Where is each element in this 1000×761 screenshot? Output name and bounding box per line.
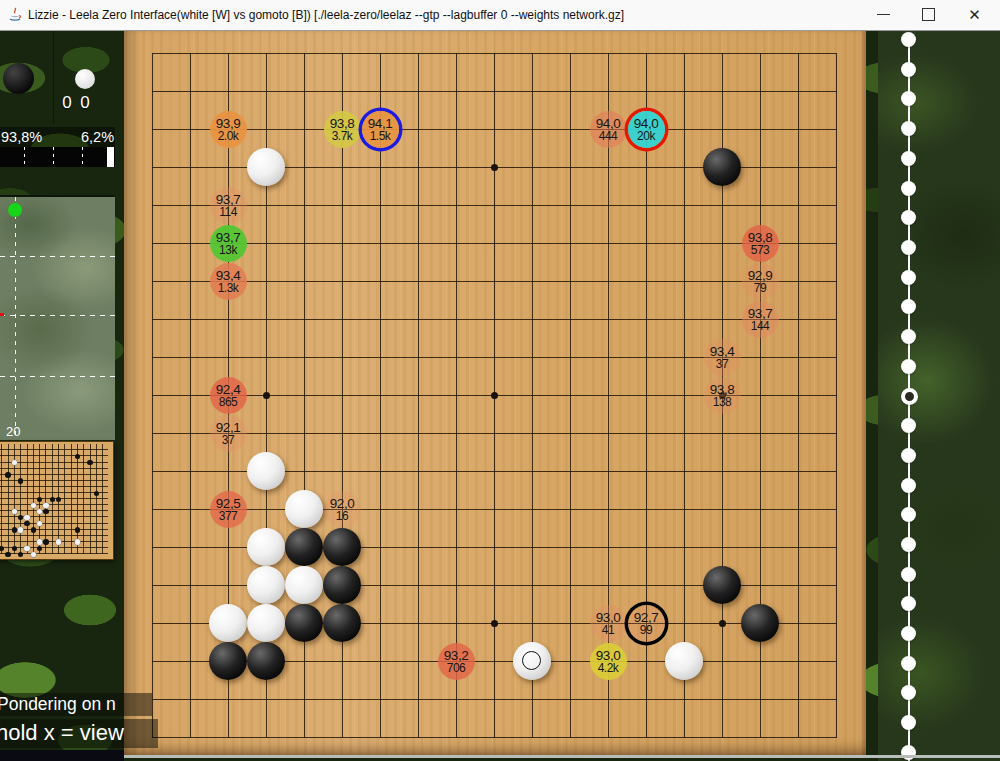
winrate-graph-current-dot — [8, 203, 22, 217]
window-title: Lizzie - Leela Zero Interface(white [W] … — [28, 8, 624, 22]
candidate-winrate: 92,5 — [216, 497, 240, 510]
candidate-winrate: 93,7 — [216, 231, 240, 244]
mini-stone-black — [75, 527, 80, 532]
candidate-winrate: 93,4 — [216, 269, 240, 282]
status-line-pondering: Pondering on n — [0, 693, 152, 716]
candidate-move-G17[interactable]: 94,11.5k — [362, 111, 399, 148]
black-winrate-label: 93,8% — [1, 129, 42, 145]
mini-stone-black — [12, 546, 17, 551]
grid-line-v — [836, 53, 837, 738]
candidate-move-C14[interactable]: 93,713k — [210, 225, 247, 262]
winrate-bar — [0, 147, 115, 167]
candidate-move-C10[interactable]: 92,4865 — [210, 377, 247, 414]
mini-stone-white — [24, 515, 29, 520]
candidate-winrate: 94,0 — [634, 117, 658, 130]
tree-node-current[interactable] — [901, 388, 918, 405]
grid-line-v — [570, 53, 571, 738]
candidate-visits: 1.5k — [370, 130, 391, 142]
grid-line-v — [798, 53, 799, 738]
variation-preview-board — [0, 441, 114, 560]
winrate-graph-topline — [0, 195, 115, 197]
grid-line-h — [152, 737, 837, 738]
stone-white-D16 — [247, 148, 285, 186]
tree-node[interactable] — [901, 210, 916, 225]
mini-stone-white — [12, 509, 17, 514]
candidate-move-R14[interactable]: 93,8573 — [742, 225, 779, 262]
candidate-winrate: 92,7 — [634, 611, 658, 624]
winrate-graph-gridline — [0, 256, 115, 257]
mini-stone-black — [5, 472, 10, 477]
stone-white-D4 — [247, 604, 285, 642]
candidate-visits: 444 — [599, 130, 618, 142]
candidate-winrate: 93,8 — [748, 231, 772, 244]
mini-stone-black — [12, 527, 17, 532]
captures-divider — [53, 30, 54, 125]
mini-stone-black — [43, 509, 48, 514]
minimize-button[interactable] — [861, 0, 906, 29]
candidate-move-N3[interactable]: 93,04.2k — [590, 643, 627, 680]
candidate-move-C17[interactable]: 93,92.0k — [210, 111, 247, 148]
maximize-icon — [922, 8, 935, 21]
candidate-move-O4[interactable]: 92,799 — [628, 605, 665, 642]
winrate-graph-current-move-line — [15, 197, 16, 440]
grid-line-h — [152, 509, 837, 510]
candidate-winrate: 93,2 — [444, 649, 468, 662]
white-capture-stone-icon — [75, 69, 95, 89]
mini-stone-white — [18, 527, 23, 532]
candidate-visits: 99 — [640, 624, 652, 636]
candidate-move-R12[interactable]: 93,7144 — [742, 301, 779, 338]
tree-node[interactable] — [901, 626, 916, 641]
tree-node[interactable] — [901, 181, 916, 196]
winrate-graph-gridline — [0, 315, 115, 316]
candidate-winrate: 93,4 — [710, 345, 734, 358]
grid-line-h — [152, 699, 837, 700]
candidate-move-F7[interactable]: 92,016 — [324, 491, 361, 528]
white-winrate-label: 6,2% — [81, 129, 114, 145]
candidate-visits: 1.3k — [218, 282, 239, 294]
candidate-visits: 4.2k — [598, 662, 619, 674]
candidate-winrate: 92,4 — [216, 383, 240, 396]
candidate-visits: 37 — [222, 434, 234, 446]
mini-stone-black — [50, 497, 55, 502]
candidate-move-R13[interactable]: 92,979 — [742, 263, 779, 300]
candidate-move-C15[interactable]: 93,7114 — [210, 187, 247, 224]
winrate-graph-gridline — [0, 376, 115, 377]
candidate-visits: 573 — [751, 244, 770, 256]
tree-node[interactable] — [901, 596, 916, 611]
stone-white-D8 — [247, 452, 285, 490]
candidate-winrate: 93,8 — [710, 383, 734, 396]
tree-node[interactable] — [901, 91, 916, 106]
candidate-visits: 144 — [751, 320, 770, 332]
star-point — [491, 164, 498, 171]
mini-stone-black — [18, 478, 23, 483]
winrate-graph[interactable] — [0, 195, 115, 440]
mini-stone-white — [31, 503, 36, 508]
candidate-winrate: 93,8 — [330, 117, 354, 130]
titlebar: Lizzie - Leela Zero Interface(white [W] … — [0, 0, 1000, 31]
winrate-bar-white-segment — [107, 147, 114, 167]
move-number-axis-label: 20 — [6, 424, 20, 439]
stone-black-D3 — [247, 642, 285, 680]
lizzie-window: { "window": { "title": "Lizzie - Leela Z… — [0, 0, 1000, 761]
candidate-winrate: 92,0 — [330, 497, 354, 510]
mini-stone-white — [37, 521, 42, 526]
mini-stone-black — [18, 515, 23, 520]
mini-stone-black — [24, 521, 29, 526]
close-button[interactable]: ✕ — [952, 0, 997, 29]
mini-stone-black — [75, 454, 80, 459]
last-move-marker — [522, 651, 541, 670]
tree-node[interactable] — [901, 656, 916, 671]
variation-tree-panel — [878, 30, 1000, 761]
mini-stone-white — [31, 552, 36, 557]
candidate-visits: 706 — [447, 662, 466, 674]
candidate-move-F17[interactable]: 93,83.7k — [324, 111, 361, 148]
candidate-visits: 3.7k — [332, 130, 353, 142]
candidate-move-N4[interactable]: 93,041 — [590, 605, 627, 642]
mini-stone-black — [87, 460, 92, 465]
candidate-move-N17[interactable]: 94,0444 — [590, 111, 627, 148]
candidate-winrate: 93,9 — [216, 117, 240, 130]
mini-stone-black — [0, 546, 4, 551]
mini-stone-white — [37, 509, 42, 514]
candidate-visits: 16 — [336, 510, 348, 522]
close-icon: ✕ — [968, 7, 981, 22]
mini-stone-black — [31, 527, 36, 532]
candidate-move-Q11[interactable]: 93,437 — [704, 339, 741, 376]
stone-black-C3 — [209, 642, 247, 680]
winrate-bar-tick — [24, 147, 25, 167]
candidate-visits: 138 — [713, 396, 732, 408]
stone-white-P3 — [665, 642, 703, 680]
candidate-visits: 37 — [716, 358, 728, 370]
mini-stone-black — [5, 552, 10, 557]
candidate-visits: 865 — [219, 396, 238, 408]
grid-line-h — [152, 433, 837, 434]
stone-white-E7 — [285, 490, 323, 528]
tree-node[interactable] — [901, 507, 916, 522]
mini-stone-white — [43, 503, 48, 508]
stone-black-Q16 — [703, 148, 741, 186]
winrate-graph-red-tick — [0, 313, 4, 316]
mini-stone-black — [56, 497, 61, 502]
tree-node[interactable] — [901, 329, 916, 344]
stone-white-L3 — [513, 642, 551, 680]
tree-node[interactable] — [901, 32, 916, 47]
candidate-visits: 13k — [219, 244, 237, 256]
grid-line-v — [684, 53, 685, 738]
mini-stone-white — [56, 539, 61, 544]
stone-black-Q5 — [703, 566, 741, 604]
candidate-move-J3[interactable]: 93,2706 — [438, 643, 475, 680]
tree-node[interactable] — [901, 270, 916, 285]
stone-black-R4 — [741, 604, 779, 642]
stone-black-E6 — [285, 528, 323, 566]
minimize-icon — [877, 14, 890, 15]
tree-node[interactable] — [901, 537, 916, 552]
candidate-winrate: 94,1 — [368, 117, 392, 130]
stone-white-D6 — [247, 528, 285, 566]
tree-node[interactable] — [901, 359, 916, 374]
star-point — [491, 392, 498, 399]
black-capture-stone-icon — [3, 63, 34, 94]
bottom-dark-strip — [0, 750, 124, 761]
stone-white-E5 — [285, 566, 323, 604]
tree-node[interactable] — [901, 62, 916, 77]
candidate-winrate: 93,7 — [748, 307, 772, 320]
maximize-button[interactable] — [906, 0, 951, 29]
candidate-visits: 377 — [219, 510, 238, 522]
candidate-visits: 41 — [602, 624, 614, 636]
mini-stone-black — [43, 539, 48, 544]
tree-node[interactable] — [901, 121, 916, 136]
mini-stone-black — [37, 546, 42, 551]
grid-line-v — [532, 53, 533, 738]
mini-stone-black — [18, 552, 23, 557]
stone-black-F6 — [323, 528, 361, 566]
candidate-visits: 114 — [219, 206, 237, 218]
candidate-winrate: 93,7 — [216, 193, 240, 206]
star-point — [719, 620, 726, 627]
tree-node[interactable] — [901, 567, 916, 582]
mini-stone-white — [75, 539, 80, 544]
stone-black-F5 — [323, 566, 361, 604]
tree-node[interactable] — [901, 448, 916, 463]
stone-white-C4 — [209, 604, 247, 642]
candidate-move-C7[interactable]: 92,5377 — [210, 491, 247, 528]
variation-preview-grid — [0, 444, 108, 554]
stone-black-F4 — [323, 604, 361, 642]
tree-node[interactable] — [901, 715, 916, 730]
white-capture-count: 0 — [74, 93, 96, 113]
candidate-winrate: 92,9 — [748, 269, 772, 282]
candidate-move-C9[interactable]: 92,137 — [210, 415, 247, 452]
tree-node[interactable] — [901, 478, 916, 493]
window-bottom-edge — [0, 755, 1000, 758]
star-point — [263, 392, 270, 399]
stone-black-E4 — [285, 604, 323, 642]
winrate-bar-tick — [82, 147, 83, 167]
candidate-winrate: 93,0 — [596, 611, 620, 624]
tree-node[interactable] — [901, 240, 916, 255]
candidate-move-Q10[interactable]: 93,8138 — [704, 377, 741, 414]
candidate-visits: 2.0k — [218, 130, 239, 142]
tree-node[interactable] — [901, 418, 916, 433]
tree-node[interactable] — [901, 685, 916, 700]
stone-white-D5 — [247, 566, 285, 604]
candidate-visits: 79 — [754, 282, 766, 294]
tree-node[interactable] — [901, 151, 916, 166]
candidate-move-C13[interactable]: 93,41.3k — [210, 263, 247, 300]
candidate-winrate: 92,1 — [216, 421, 240, 434]
java-icon — [7, 7, 23, 23]
candidate-move-O17[interactable]: 94,020k — [628, 111, 665, 148]
star-point — [491, 620, 498, 627]
candidate-winrate: 93,0 — [596, 649, 620, 662]
mini-stone-white — [12, 460, 17, 465]
mini-stone-white — [24, 546, 29, 551]
candidate-winrate: 94,0 — [596, 117, 620, 130]
tree-node[interactable] — [901, 299, 916, 314]
mini-stone-black — [94, 491, 99, 496]
winrate-bar-tick — [53, 147, 54, 167]
candidate-visits: 20k — [637, 130, 655, 142]
mini-stone-white — [37, 539, 42, 544]
status-line-hint: hold x = view — [0, 719, 158, 748]
mini-stone-black — [37, 497, 42, 502]
